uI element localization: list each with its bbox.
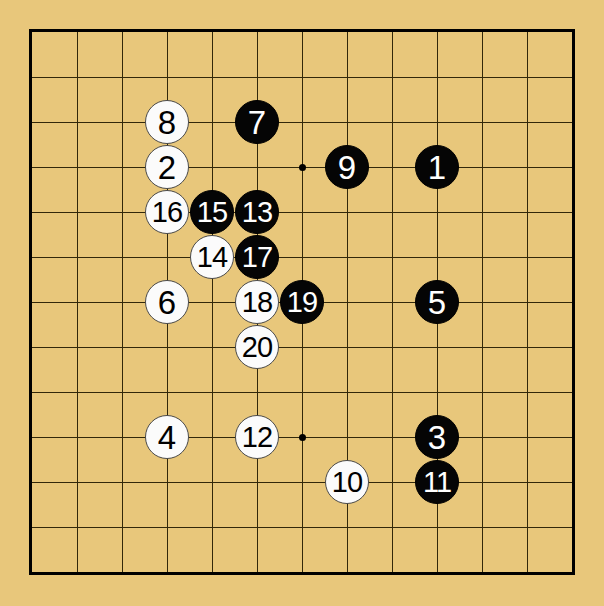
move-number: 4 <box>158 421 176 454</box>
stone-white-20[interactable]: 20 <box>235 325 279 369</box>
go-diagram: 1234567891011121314151617181920 <box>0 0 604 606</box>
stone-white-14[interactable]: 14 <box>190 235 234 279</box>
move-number: 7 <box>248 106 266 139</box>
grid-line-horizontal <box>32 347 572 348</box>
move-number: 5 <box>428 286 446 319</box>
stone-white-16[interactable]: 16 <box>145 190 189 234</box>
stone-black-3[interactable]: 3 <box>415 415 459 459</box>
move-number: 20 <box>242 333 272 362</box>
go-board[interactable]: 1234567891011121314151617181920 <box>29 29 575 575</box>
star-point <box>299 164 306 171</box>
move-number: 13 <box>242 198 272 227</box>
stone-white-8[interactable]: 8 <box>145 100 189 144</box>
star-point <box>299 434 306 441</box>
stone-white-2[interactable]: 2 <box>145 145 189 189</box>
stone-black-11[interactable]: 11 <box>415 460 459 504</box>
stone-white-4[interactable]: 4 <box>145 415 189 459</box>
stone-black-7[interactable]: 7 <box>235 100 279 144</box>
stone-black-19[interactable]: 19 <box>280 280 324 324</box>
move-number: 19 <box>287 288 317 317</box>
grid-line-vertical <box>527 32 528 572</box>
stone-black-9[interactable]: 9 <box>325 145 369 189</box>
stone-black-1[interactable]: 1 <box>415 145 459 189</box>
move-number: 16 <box>152 198 182 227</box>
move-number: 2 <box>158 151 176 184</box>
move-number: 11 <box>423 468 451 497</box>
grid-line-horizontal <box>32 482 572 483</box>
move-number: 12 <box>242 423 272 452</box>
grid-line-horizontal <box>32 527 572 528</box>
grid-line-vertical <box>482 32 483 572</box>
move-number: 10 <box>332 468 362 497</box>
move-number: 18 <box>242 288 272 317</box>
move-number: 3 <box>428 421 446 454</box>
stone-white-10[interactable]: 10 <box>325 460 369 504</box>
stone-white-18[interactable]: 18 <box>235 280 279 324</box>
move-number: 14 <box>197 243 227 272</box>
move-number: 6 <box>158 286 176 319</box>
stone-white-6[interactable]: 6 <box>145 280 189 324</box>
stone-black-5[interactable]: 5 <box>415 280 459 324</box>
stone-black-17[interactable]: 17 <box>235 235 279 279</box>
move-number: 1 <box>428 151 446 184</box>
grid-line-horizontal <box>32 392 572 393</box>
stone-black-13[interactable]: 13 <box>235 190 279 234</box>
grid-line-vertical <box>392 32 393 572</box>
move-number: 8 <box>158 106 176 139</box>
move-number: 17 <box>242 243 272 272</box>
move-number: 9 <box>338 151 356 184</box>
stone-white-12[interactable]: 12 <box>235 415 279 459</box>
stone-black-15[interactable]: 15 <box>190 190 234 234</box>
move-number: 15 <box>197 198 227 227</box>
